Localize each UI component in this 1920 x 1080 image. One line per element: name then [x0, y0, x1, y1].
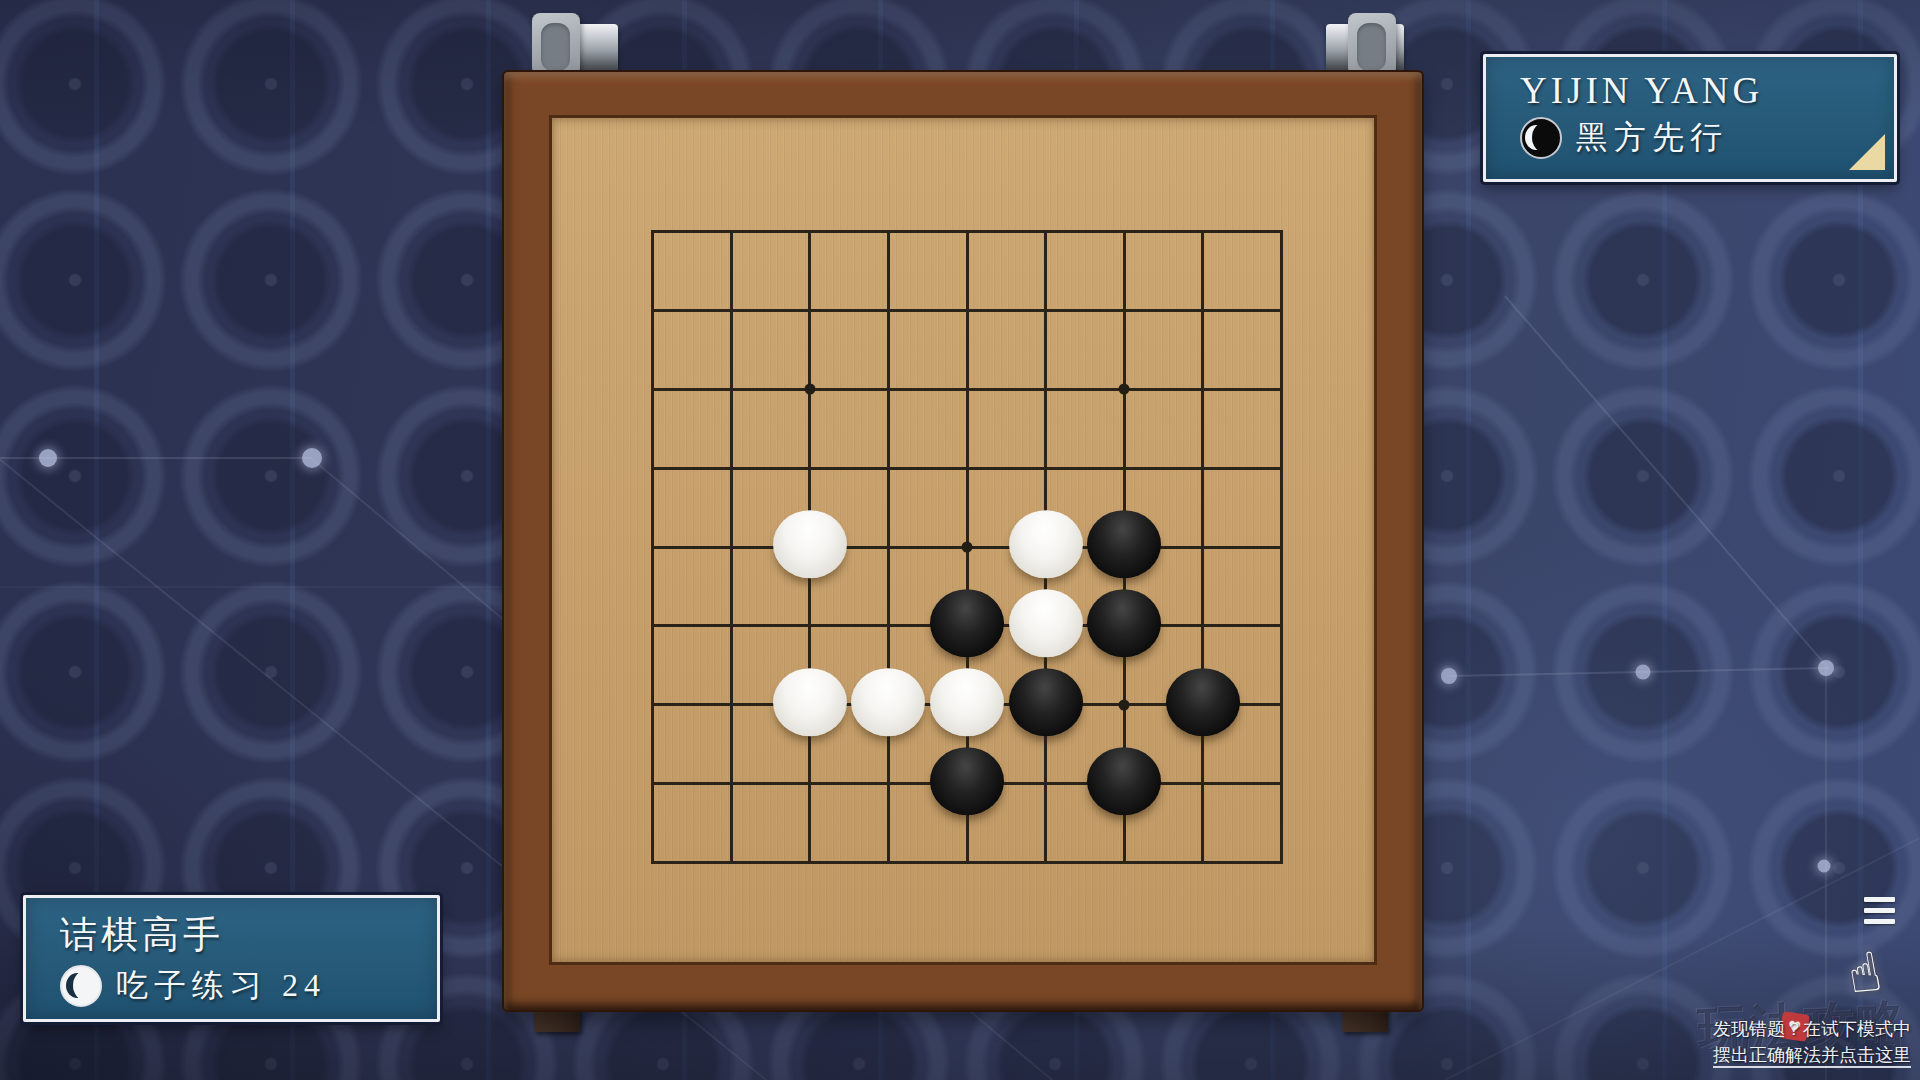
hoshi-point — [1119, 384, 1130, 395]
white-stone — [773, 510, 847, 578]
grid-line — [1201, 230, 1204, 864]
white-stone — [773, 668, 847, 736]
black-stone — [930, 747, 1004, 815]
report-error-line2: 摆出正确解法并点击这里 — [1713, 1045, 1911, 1068]
black-stone — [1087, 510, 1161, 578]
black-stone — [1166, 668, 1240, 736]
plate-corner-triangle-icon — [1849, 134, 1885, 170]
black-stone-icon — [1520, 117, 1562, 159]
player-name: YIJIN YANG — [1520, 69, 1894, 112]
black-stone — [930, 589, 1004, 657]
black-stone — [1009, 668, 1083, 736]
hoshi-point — [1119, 699, 1130, 710]
white-stone-icon — [60, 965, 102, 1007]
white-stone — [851, 668, 925, 736]
white-stone — [1009, 510, 1083, 578]
menu-button[interactable] — [1864, 897, 1895, 925]
board-grid[interactable] — [651, 230, 1283, 864]
hamburger-icon — [1864, 897, 1895, 902]
turn-indicator-label: 黑方先行 — [1576, 116, 1728, 160]
puzzle-category-title: 诘棋高手 — [60, 910, 437, 960]
puzzle-plate: 诘棋高手 吃子练习 24 — [23, 895, 440, 1022]
black-stone — [1087, 747, 1161, 815]
white-stone — [930, 668, 1004, 736]
hoshi-point — [962, 542, 973, 553]
puzzle-subtitle: 吃子练习 24 — [116, 964, 326, 1008]
grid-line — [651, 861, 1283, 864]
game-screen: YIJIN YANG 黑方先行 诘棋高手 吃子练习 24 玩法攻略 ♥ 发现错题… — [0, 0, 1920, 1080]
grid-line — [1280, 230, 1283, 864]
hoshi-point — [804, 384, 815, 395]
board-frame — [502, 70, 1424, 1012]
player-plate[interactable]: YIJIN YANG 黑方先行 — [1483, 54, 1897, 182]
go-board — [552, 118, 1374, 962]
black-stone — [1087, 589, 1161, 657]
report-error-link[interactable]: 发现错题？在试下模式中 摆出正确解法并点击这里 — [1713, 1016, 1919, 1068]
report-error-line1: 发现错题？在试下模式中 — [1713, 1016, 1919, 1042]
white-stone — [1009, 589, 1083, 657]
